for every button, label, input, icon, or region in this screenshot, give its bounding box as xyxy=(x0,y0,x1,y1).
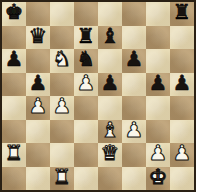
white-pawn-icon: ♟ xyxy=(173,143,192,164)
chess-app-screen: ♚♜♛♜♝♟♞♞♟♟♟♟♟♟♟♟♝♟♜♛♟♟♜♚ xyxy=(0,0,207,192)
square-b3[interactable] xyxy=(26,120,50,144)
square-a8[interactable]: ♚ xyxy=(2,2,26,26)
square-f1[interactable] xyxy=(122,167,146,191)
square-f4[interactable] xyxy=(122,96,146,120)
square-c8[interactable] xyxy=(50,2,74,26)
black-knight-icon: ♞ xyxy=(77,49,96,70)
white-king-icon: ♚ xyxy=(149,167,168,188)
square-g3[interactable] xyxy=(146,120,170,144)
square-e8[interactable] xyxy=(98,2,122,26)
black-pawn-icon: ♟ xyxy=(125,49,144,70)
square-d7[interactable]: ♜ xyxy=(74,26,98,50)
white-pawn-icon: ♟ xyxy=(53,96,72,117)
square-h3[interactable] xyxy=(170,120,194,144)
square-f6[interactable]: ♟ xyxy=(122,49,146,73)
square-c2[interactable] xyxy=(50,143,74,167)
square-g6[interactable] xyxy=(146,49,170,73)
black-pawn-icon: ♟ xyxy=(101,73,120,94)
black-rook-icon: ♜ xyxy=(77,26,96,47)
right-gutter xyxy=(196,0,207,192)
square-h1[interactable] xyxy=(170,167,194,191)
square-b7[interactable]: ♛ xyxy=(26,26,50,50)
square-c6[interactable]: ♞ xyxy=(50,49,74,73)
square-e1[interactable] xyxy=(98,167,122,191)
square-c5[interactable] xyxy=(50,73,74,97)
square-b6[interactable] xyxy=(26,49,50,73)
black-pawn-icon: ♟ xyxy=(173,73,192,94)
square-b1[interactable] xyxy=(26,167,50,191)
white-rook-icon: ♜ xyxy=(53,167,72,188)
square-d4[interactable] xyxy=(74,96,98,120)
square-d8[interactable] xyxy=(74,2,98,26)
square-d6[interactable]: ♞ xyxy=(74,49,98,73)
square-a4[interactable] xyxy=(2,96,26,120)
square-d3[interactable] xyxy=(74,120,98,144)
square-h8[interactable]: ♜ xyxy=(170,2,194,26)
square-f5[interactable] xyxy=(122,73,146,97)
black-bishop-icon: ♝ xyxy=(101,26,120,47)
square-h6[interactable] xyxy=(170,49,194,73)
square-e5[interactable]: ♟ xyxy=(98,73,122,97)
square-a5[interactable] xyxy=(2,73,26,97)
square-d1[interactable] xyxy=(74,167,98,191)
white-rook-icon: ♜ xyxy=(5,143,24,164)
white-pawn-icon: ♟ xyxy=(125,120,144,141)
square-h4[interactable] xyxy=(170,96,194,120)
square-f7[interactable] xyxy=(122,26,146,50)
black-pawn-icon: ♟ xyxy=(5,49,24,70)
square-h7[interactable] xyxy=(170,26,194,50)
black-pawn-icon: ♟ xyxy=(29,73,48,94)
white-queen-icon: ♛ xyxy=(101,143,120,164)
square-a7[interactable] xyxy=(2,26,26,50)
white-pawn-icon: ♟ xyxy=(29,96,48,117)
square-g7[interactable] xyxy=(146,26,170,50)
square-g5[interactable]: ♟ xyxy=(146,73,170,97)
square-b4[interactable]: ♟ xyxy=(26,96,50,120)
square-h2[interactable]: ♟ xyxy=(170,143,194,167)
black-queen-icon: ♛ xyxy=(29,26,48,47)
white-pawn-icon: ♟ xyxy=(77,73,96,94)
square-b2[interactable] xyxy=(26,143,50,167)
chess-board: ♚♜♛♜♝♟♞♞♟♟♟♟♟♟♟♟♝♟♜♛♟♟♜♚ xyxy=(0,0,196,192)
white-knight-icon: ♞ xyxy=(53,49,72,70)
square-e3[interactable]: ♝ xyxy=(98,120,122,144)
black-rook-icon: ♜ xyxy=(173,2,192,23)
square-e4[interactable] xyxy=(98,96,122,120)
square-d2[interactable] xyxy=(74,143,98,167)
square-d5[interactable]: ♟ xyxy=(74,73,98,97)
square-f2[interactable] xyxy=(122,143,146,167)
square-b5[interactable]: ♟ xyxy=(26,73,50,97)
square-c3[interactable] xyxy=(50,120,74,144)
square-a1[interactable] xyxy=(2,167,26,191)
square-g8[interactable] xyxy=(146,2,170,26)
black-pawn-icon: ♟ xyxy=(149,73,168,94)
square-g1[interactable]: ♚ xyxy=(146,167,170,191)
square-a3[interactable] xyxy=(2,120,26,144)
square-c4[interactable]: ♟ xyxy=(50,96,74,120)
white-pawn-icon: ♟ xyxy=(149,143,168,164)
square-h5[interactable]: ♟ xyxy=(170,73,194,97)
square-f3[interactable]: ♟ xyxy=(122,120,146,144)
square-g4[interactable] xyxy=(146,96,170,120)
white-bishop-icon: ♝ xyxy=(101,120,120,141)
square-f8[interactable] xyxy=(122,2,146,26)
square-g2[interactable]: ♟ xyxy=(146,143,170,167)
square-a2[interactable]: ♜ xyxy=(2,143,26,167)
square-b8[interactable] xyxy=(26,2,50,26)
square-e7[interactable]: ♝ xyxy=(98,26,122,50)
square-e2[interactable]: ♛ xyxy=(98,143,122,167)
square-c1[interactable]: ♜ xyxy=(50,167,74,191)
black-king-icon: ♚ xyxy=(5,2,24,23)
square-a6[interactable]: ♟ xyxy=(2,49,26,73)
square-c7[interactable] xyxy=(50,26,74,50)
square-e6[interactable] xyxy=(98,49,122,73)
